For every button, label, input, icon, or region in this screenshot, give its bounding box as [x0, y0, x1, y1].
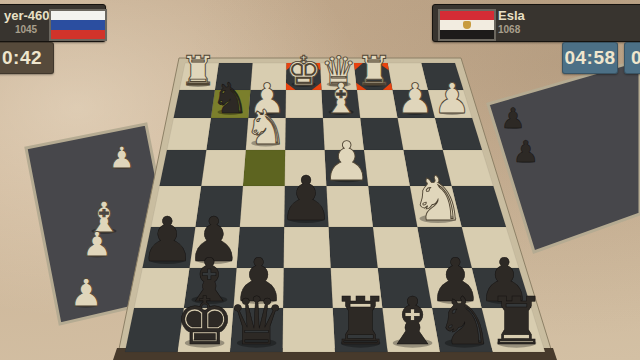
captured-white-pawn: ♟	[109, 140, 136, 175]
player-right-rating: 1068	[498, 24, 520, 35]
piece-black-rook-a8[interactable]: ♜	[487, 283, 546, 360]
square-e3[interactable]	[285, 118, 324, 150]
square-d6[interactable]	[329, 227, 378, 268]
russia-flag-icon	[49, 9, 107, 41]
piece-white-knight-b5[interactable]: ♞	[410, 163, 465, 235]
piece-black-knight-b8[interactable]: ♞	[435, 283, 494, 360]
captured-white-pawn: ♟	[69, 271, 103, 315]
player-panel-right: Esla 1068	[432, 4, 640, 42]
captured-black-pawn: ♟	[513, 134, 540, 169]
square-h4[interactable]	[159, 150, 206, 186]
egypt-eagle-icon	[463, 21, 471, 29]
player-left-name: yer-460	[4, 8, 50, 23]
piece-black-queen-f8[interactable]: ♛	[227, 283, 286, 360]
square-e8[interactable]	[283, 308, 336, 352]
piece-black-pawn-e5[interactable]: ♟	[279, 163, 334, 235]
egypt-flag-icon	[438, 9, 496, 41]
square-e7[interactable]	[283, 268, 333, 308]
piece-white-bishop-d2[interactable]: ♝	[322, 74, 360, 123]
game-screen: ♟♝♟♟♟♟♜♛♚♜♟♟♝♟♞♞♟♞♟♟♟♟♟♟♝♜♞♝♜♛♚ yer-460 …	[0, 0, 640, 360]
piece-black-king-g8[interactable]: ♚	[175, 283, 234, 360]
chess-board-3d: ♟♝♟♟♟♟♜♛♚♜♟♟♝♟♞♞♟♞♟♟♟♟♟♟♝♜♞♝♜♛♚	[0, 0, 640, 360]
player-right-clock: 04:58	[562, 42, 618, 74]
piece-white-pawn-a2[interactable]: ♟	[433, 74, 471, 123]
square-g4[interactable]	[201, 150, 246, 186]
player-right-clock-secondary: 0	[624, 42, 640, 74]
captured-white-pawn: ♟	[82, 224, 112, 264]
player-left-clock: 0:42	[0, 42, 54, 74]
piece-black-bishop-c8[interactable]: ♝	[383, 283, 442, 360]
square-h3[interactable]	[167, 118, 211, 150]
piece-black-rook-d8[interactable]: ♜	[331, 283, 390, 360]
piece-white-pawn-b2[interactable]: ♟	[396, 74, 434, 123]
player-left-rating: 1045	[4, 24, 48, 35]
player-right-name: Esla	[498, 8, 525, 23]
captured-black-pawn: ♟	[500, 102, 525, 135]
player-panel-left: yer-460 1045	[0, 4, 106, 42]
piece-white-rook-c1[interactable]: ♜	[356, 47, 392, 95]
piece-white-knight-f3[interactable]: ♞	[244, 99, 287, 155]
piece-white-king-e1[interactable]: ♚	[285, 47, 321, 95]
